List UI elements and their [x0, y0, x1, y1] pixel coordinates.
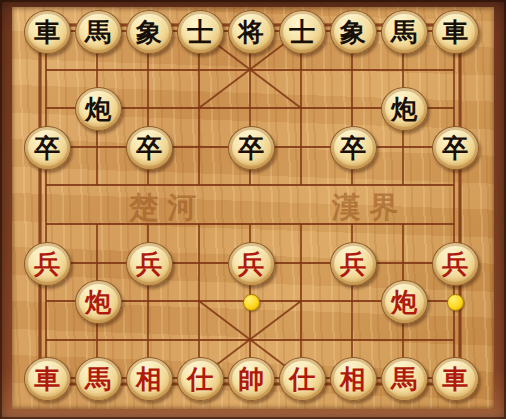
piece-red-chariot[interactable]: 車: [432, 357, 479, 401]
piece-character: 車: [34, 11, 60, 53]
move-marker[interactable]: [243, 294, 260, 311]
move-marker[interactable]: [447, 294, 464, 311]
piece-red-general[interactable]: 帥: [228, 357, 275, 401]
piece-character: 車: [442, 11, 468, 53]
piece-black-elephant[interactable]: 象: [330, 10, 377, 54]
piece-black-cannon[interactable]: 炮: [381, 87, 428, 131]
piece-character: 卒: [136, 127, 162, 169]
piece-character: 炮: [391, 281, 417, 323]
piece-character: 帥: [238, 358, 264, 400]
piece-black-chariot[interactable]: 車: [24, 10, 71, 54]
piece-red-chariot[interactable]: 車: [24, 357, 71, 401]
piece-black-cannon[interactable]: 炮: [75, 87, 122, 131]
piece-character: 象: [340, 11, 366, 53]
piece-black-advisor[interactable]: 士: [279, 10, 326, 54]
piece-character: 車: [442, 358, 468, 400]
piece-character: 仕: [289, 358, 315, 400]
piece-character: 卒: [442, 127, 468, 169]
piece-character: 炮: [85, 281, 111, 323]
piece-character: 馬: [391, 358, 417, 400]
piece-red-elephant[interactable]: 相: [126, 357, 173, 401]
piece-red-horse[interactable]: 馬: [381, 357, 428, 401]
piece-character: 馬: [391, 11, 417, 53]
piece-character: 兵: [136, 243, 162, 285]
piece-character: 炮: [391, 88, 417, 130]
piece-red-elephant[interactable]: 相: [330, 357, 377, 401]
piece-character: 炮: [85, 88, 111, 130]
piece-red-advisor[interactable]: 仕: [177, 357, 224, 401]
piece-character: 兵: [340, 243, 366, 285]
piece-character: 卒: [34, 127, 60, 169]
piece-black-horse[interactable]: 馬: [75, 10, 122, 54]
piece-red-soldier[interactable]: 兵: [126, 242, 173, 286]
piece-character: 仕: [187, 358, 213, 400]
piece-black-soldier[interactable]: 卒: [126, 126, 173, 170]
piece-red-cannon[interactable]: 炮: [381, 280, 428, 324]
piece-red-advisor[interactable]: 仕: [279, 357, 326, 401]
piece-black-horse[interactable]: 馬: [381, 10, 428, 54]
piece-character: 兵: [238, 243, 264, 285]
piece-black-soldier[interactable]: 卒: [432, 126, 479, 170]
piece-character: 馬: [85, 358, 111, 400]
piece-character: 士: [289, 11, 315, 53]
piece-character: 士: [187, 11, 213, 53]
piece-black-soldier[interactable]: 卒: [330, 126, 377, 170]
piece-black-elephant[interactable]: 象: [126, 10, 173, 54]
piece-black-soldier[interactable]: 卒: [228, 126, 275, 170]
piece-black-general[interactable]: 将: [228, 10, 275, 54]
piece-red-horse[interactable]: 馬: [75, 357, 122, 401]
piece-character: 馬: [85, 11, 111, 53]
piece-red-soldier[interactable]: 兵: [24, 242, 71, 286]
piece-red-soldier[interactable]: 兵: [432, 242, 479, 286]
piece-black-soldier[interactable]: 卒: [24, 126, 71, 170]
piece-character: 相: [136, 358, 162, 400]
piece-red-soldier[interactable]: 兵: [228, 242, 275, 286]
piece-black-advisor[interactable]: 士: [177, 10, 224, 54]
piece-character: 兵: [34, 243, 60, 285]
piece-character: 兵: [442, 243, 468, 285]
piece-red-soldier[interactable]: 兵: [330, 242, 377, 286]
piece-character: 卒: [340, 127, 366, 169]
piece-character: 将: [238, 11, 264, 53]
piece-character: 車: [34, 358, 60, 400]
piece-character: 卒: [238, 127, 264, 169]
board[interactable]: 車馬象士将士象馬車炮炮卒卒卒卒卒兵兵兵兵兵炮炮車馬相仕帥仕相馬車: [0, 0, 506, 419]
piece-character: 象: [136, 11, 162, 53]
xiangqi-app: 楚河 漢界 車馬象士将士象馬車炮炮卒卒卒卒卒兵兵兵兵兵炮炮車馬相仕帥仕相馬車: [0, 0, 506, 419]
piece-red-cannon[interactable]: 炮: [75, 280, 122, 324]
piece-black-chariot[interactable]: 車: [432, 10, 479, 54]
piece-character: 相: [340, 358, 366, 400]
